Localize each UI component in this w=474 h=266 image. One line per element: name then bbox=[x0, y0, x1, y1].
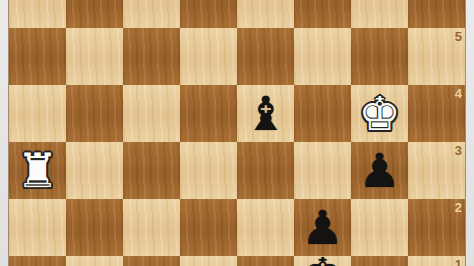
rank-label-5: 5 bbox=[455, 30, 462, 43]
square-g1[interactable] bbox=[351, 256, 408, 266]
square-e3[interactable] bbox=[237, 142, 294, 199]
square-h3[interactable]: 3 bbox=[408, 142, 465, 199]
square-f4[interactable] bbox=[294, 85, 351, 142]
square-a3[interactable]: ♜ bbox=[9, 142, 66, 199]
square-d3[interactable] bbox=[180, 142, 237, 199]
square-b5[interactable] bbox=[66, 28, 123, 85]
square-d5[interactable] bbox=[180, 28, 237, 85]
square-c5[interactable] bbox=[123, 28, 180, 85]
square-c3[interactable] bbox=[123, 142, 180, 199]
rank-label-3: 3 bbox=[455, 144, 462, 157]
rank-label-4: 4 bbox=[455, 87, 462, 100]
square-e2[interactable] bbox=[237, 199, 294, 256]
black-pawn[interactable]: ♟ bbox=[351, 142, 408, 199]
square-g6[interactable] bbox=[351, 0, 408, 28]
square-c2[interactable] bbox=[123, 199, 180, 256]
square-g5[interactable] bbox=[351, 28, 408, 85]
square-d2[interactable] bbox=[180, 199, 237, 256]
square-b6[interactable] bbox=[66, 0, 123, 28]
square-e6[interactable] bbox=[237, 0, 294, 28]
square-f5[interactable] bbox=[294, 28, 351, 85]
square-h4[interactable]: 4 bbox=[408, 85, 465, 142]
square-d4[interactable] bbox=[180, 85, 237, 142]
rank-label-2: 2 bbox=[455, 201, 462, 214]
square-c4[interactable] bbox=[123, 85, 180, 142]
square-h5[interactable]: 5 bbox=[408, 28, 465, 85]
square-c1[interactable] bbox=[123, 256, 180, 266]
square-f3[interactable] bbox=[294, 142, 351, 199]
square-h1[interactable]: 1 bbox=[408, 256, 465, 266]
rank-label-1: 1 bbox=[455, 258, 462, 266]
square-h2[interactable]: 2 bbox=[408, 199, 465, 256]
square-e4[interactable]: ♝ bbox=[237, 85, 294, 142]
square-g2[interactable] bbox=[351, 199, 408, 256]
square-d6[interactable] bbox=[180, 0, 237, 28]
square-e5[interactable] bbox=[237, 28, 294, 85]
square-a5[interactable] bbox=[9, 28, 66, 85]
square-g4[interactable]: ♚ bbox=[351, 85, 408, 142]
square-b1[interactable] bbox=[66, 256, 123, 266]
white-king[interactable]: ♚ bbox=[351, 85, 408, 142]
square-g3[interactable]: ♟ bbox=[351, 142, 408, 199]
square-b3[interactable] bbox=[66, 142, 123, 199]
white-rook[interactable]: ♜ bbox=[9, 142, 66, 199]
square-d1[interactable] bbox=[180, 256, 237, 266]
square-h6[interactable]: 6 bbox=[408, 0, 465, 28]
black-bishop[interactable]: ♝ bbox=[237, 85, 294, 142]
square-f6[interactable] bbox=[294, 0, 351, 28]
square-b2[interactable] bbox=[66, 199, 123, 256]
square-f1[interactable]: ♚ bbox=[294, 256, 351, 266]
black-king[interactable]: ♚ bbox=[294, 246, 351, 266]
square-a6[interactable] bbox=[9, 0, 66, 28]
chess-board: 8765♝♚4♜♟3♟2♚1 bbox=[9, 0, 465, 266]
square-a4[interactable] bbox=[9, 85, 66, 142]
square-b4[interactable] bbox=[66, 85, 123, 142]
square-a2[interactable] bbox=[9, 199, 66, 256]
square-e1[interactable] bbox=[237, 256, 294, 266]
screenshot-viewport: 8765♝♚4♜♟3♟2♚1 bbox=[0, 0, 474, 266]
square-a1[interactable] bbox=[9, 256, 66, 266]
square-c6[interactable] bbox=[123, 0, 180, 28]
